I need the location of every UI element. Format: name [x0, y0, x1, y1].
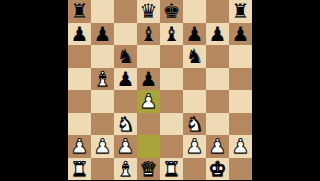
square-c4[interactable] [114, 90, 137, 113]
square-e2[interactable] [160, 135, 183, 158]
square-h7[interactable]: ♟ [229, 23, 252, 46]
square-g7[interactable]: ♟ [206, 23, 229, 46]
black-pawn-f7[interactable]: ♟ [186, 23, 204, 45]
square-h6[interactable] [229, 45, 252, 68]
square-c3[interactable]: ♞ [114, 113, 137, 136]
square-d7[interactable]: ♝ [137, 23, 160, 46]
white-pawn-a2[interactable]: ♟ [71, 135, 89, 157]
black-rook-a8[interactable]: ♜ [71, 0, 89, 22]
square-a5[interactable] [68, 68, 91, 91]
square-e3[interactable] [160, 113, 183, 136]
chess-board[interactable]: ♜♛♚♜♟♟♝♝♟♟♟♞♞♝♟♟♟♞♞♟♟♟♟♟♟♜♝♛♜♚ [68, 0, 252, 180]
square-a6[interactable] [68, 45, 91, 68]
square-c5[interactable]: ♟ [114, 68, 137, 91]
square-e8[interactable]: ♚ [160, 0, 183, 23]
square-g2[interactable]: ♟ [206, 135, 229, 158]
square-b1[interactable] [91, 158, 114, 181]
white-queen-d1[interactable]: ♛ [140, 158, 158, 180]
square-h4[interactable] [229, 90, 252, 113]
square-a8[interactable]: ♜ [68, 0, 91, 23]
square-b8[interactable] [91, 0, 114, 23]
square-d4[interactable]: ♟ [137, 90, 160, 113]
letterbox-right [252, 0, 320, 180]
square-h3[interactable] [229, 113, 252, 136]
square-d5[interactable]: ♟ [137, 68, 160, 91]
square-f6[interactable]: ♞ [183, 45, 206, 68]
square-h5[interactable] [229, 68, 252, 91]
square-g5[interactable] [206, 68, 229, 91]
square-h2[interactable]: ♟ [229, 135, 252, 158]
square-e6[interactable] [160, 45, 183, 68]
white-pawn-d4[interactable]: ♟ [140, 90, 158, 112]
square-b4[interactable] [91, 90, 114, 113]
black-pawn-c5[interactable]: ♟ [117, 68, 135, 90]
square-c1[interactable]: ♝ [114, 158, 137, 181]
square-f3[interactable]: ♞ [183, 113, 206, 136]
square-f2[interactable]: ♟ [183, 135, 206, 158]
black-queen-d8[interactable]: ♛ [140, 0, 158, 22]
square-g6[interactable] [206, 45, 229, 68]
square-a7[interactable]: ♟ [68, 23, 91, 46]
black-pawn-b7[interactable]: ♟ [94, 23, 112, 45]
square-b2[interactable]: ♟ [91, 135, 114, 158]
black-pawn-d5[interactable]: ♟ [140, 68, 158, 90]
black-rook-h8[interactable]: ♜ [232, 0, 250, 22]
square-d1[interactable]: ♛ [137, 158, 160, 181]
square-d8[interactable]: ♛ [137, 0, 160, 23]
square-g4[interactable] [206, 90, 229, 113]
square-f5[interactable] [183, 68, 206, 91]
square-e1[interactable]: ♜ [160, 158, 183, 181]
square-f1[interactable] [183, 158, 206, 181]
black-pawn-a7[interactable]: ♟ [71, 23, 89, 45]
square-b6[interactable] [91, 45, 114, 68]
white-bishop-b5[interactable]: ♝ [94, 68, 112, 90]
square-a4[interactable] [68, 90, 91, 113]
square-b7[interactable]: ♟ [91, 23, 114, 46]
white-rook-e1[interactable]: ♜ [163, 158, 181, 180]
square-c6[interactable]: ♞ [114, 45, 137, 68]
square-f7[interactable]: ♟ [183, 23, 206, 46]
square-c2[interactable]: ♟ [114, 135, 137, 158]
black-pawn-h7[interactable]: ♟ [232, 23, 250, 45]
square-c8[interactable] [114, 0, 137, 23]
square-e5[interactable] [160, 68, 183, 91]
square-h8[interactable]: ♜ [229, 0, 252, 23]
square-g8[interactable] [206, 0, 229, 23]
square-c7[interactable] [114, 23, 137, 46]
white-pawn-b2[interactable]: ♟ [94, 135, 112, 157]
black-knight-f6[interactable]: ♞ [186, 45, 204, 67]
square-a2[interactable]: ♟ [68, 135, 91, 158]
square-e7[interactable]: ♝ [160, 23, 183, 46]
black-bishop-e7[interactable]: ♝ [163, 23, 181, 45]
letterbox-left [0, 0, 68, 180]
square-b5[interactable]: ♝ [91, 68, 114, 91]
square-e4[interactable] [160, 90, 183, 113]
square-b3[interactable] [91, 113, 114, 136]
white-pawn-f2[interactable]: ♟ [186, 135, 204, 157]
square-d3[interactable] [137, 113, 160, 136]
square-g1[interactable]: ♚ [206, 158, 229, 181]
square-f8[interactable] [183, 0, 206, 23]
black-king-e8[interactable]: ♚ [163, 0, 181, 22]
square-d6[interactable] [137, 45, 160, 68]
white-knight-c3[interactable]: ♞ [117, 113, 135, 135]
square-a3[interactable] [68, 113, 91, 136]
square-h1[interactable] [229, 158, 252, 181]
white-pawn-c2[interactable]: ♟ [117, 135, 135, 157]
white-bishop-c1[interactable]: ♝ [117, 158, 135, 180]
square-g3[interactable] [206, 113, 229, 136]
square-f4[interactable] [183, 90, 206, 113]
white-pawn-h2[interactable]: ♟ [232, 135, 250, 157]
black-bishop-d7[interactable]: ♝ [140, 23, 158, 45]
white-knight-f3[interactable]: ♞ [186, 113, 204, 135]
black-knight-c6[interactable]: ♞ [117, 45, 135, 67]
white-rook-a1[interactable]: ♜ [71, 158, 89, 180]
white-pawn-g2[interactable]: ♟ [209, 135, 227, 157]
black-pawn-g7[interactable]: ♟ [209, 23, 227, 45]
square-a1[interactable]: ♜ [68, 158, 91, 181]
white-king-g1[interactable]: ♚ [209, 158, 227, 180]
square-d2[interactable] [137, 135, 160, 158]
